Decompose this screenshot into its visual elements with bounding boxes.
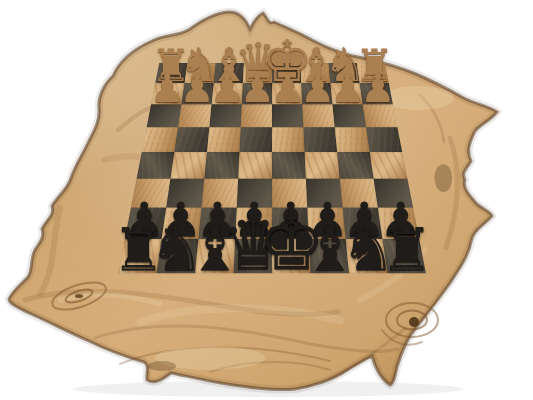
square-r2c6: [332, 104, 366, 127]
square-r0c2: [214, 63, 244, 83]
square-r0c3: [243, 63, 272, 83]
square-r7c0: [118, 239, 162, 273]
square-r3c3: [239, 127, 272, 152]
square-r1c3: [242, 83, 272, 104]
square-r6c0: [125, 208, 166, 239]
square-r0c6: [328, 63, 359, 83]
square-r7c4: [272, 239, 310, 273]
square-r0c1: [184, 63, 215, 83]
square-r2c1: [178, 104, 212, 127]
square-r7c2: [195, 239, 235, 273]
square-r7c3: [234, 239, 272, 273]
square-r5c4: [272, 179, 307, 208]
square-r6c2: [198, 208, 236, 239]
square-r7c1: [157, 239, 199, 273]
square-r5c3: [237, 179, 272, 208]
square-r3c0: [142, 127, 178, 152]
square-r4c1: [170, 152, 206, 179]
square-r0c5: [300, 63, 330, 83]
square-r0c7: [357, 63, 389, 83]
square-r1c0: [151, 83, 184, 104]
square-r1c1: [181, 83, 213, 104]
square-r5c6: [340, 179, 378, 208]
square-r4c6: [337, 152, 373, 179]
square-r1c4: [272, 83, 302, 104]
square-r3c1: [174, 127, 209, 152]
square-r4c2: [204, 152, 239, 179]
square-r7c7: [382, 239, 426, 273]
square-r1c6: [330, 83, 362, 104]
square-r2c4: [272, 104, 303, 127]
board-perspective-stage: [132, 12, 412, 292]
square-r1c2: [212, 83, 243, 104]
square-r5c7: [374, 179, 414, 208]
square-r2c5: [302, 104, 334, 127]
square-r6c7: [378, 208, 419, 239]
square-r4c3: [238, 152, 272, 179]
square-r6c5: [307, 208, 345, 239]
square-r7c6: [346, 239, 388, 273]
square-r6c3: [235, 208, 272, 239]
square-r3c5: [303, 127, 337, 152]
square-r7c5: [309, 239, 349, 273]
square-r6c1: [162, 208, 202, 239]
square-r0c0: [155, 63, 187, 83]
square-r2c2: [209, 104, 241, 127]
square-r3c4: [272, 127, 305, 152]
chess-board: [118, 63, 426, 273]
square-r3c7: [366, 127, 402, 152]
square-r2c0: [147, 104, 182, 127]
square-r1c5: [301, 83, 332, 104]
square-r0c4: [272, 63, 301, 83]
square-r4c0: [137, 152, 175, 179]
square-r3c2: [207, 127, 241, 152]
square-r5c1: [166, 179, 204, 208]
square-r4c5: [305, 152, 340, 179]
square-r6c6: [343, 208, 383, 239]
square-r2c7: [363, 104, 398, 127]
square-r3c6: [335, 127, 370, 152]
square-r5c5: [306, 179, 343, 208]
square-r6c4: [272, 208, 309, 239]
square-r5c0: [131, 179, 171, 208]
bark-blotch: [148, 361, 176, 371]
photo-frame: ♜♞♝♛♚♝♞♜♟♟♟♟♟♟♟♟♟♟♟♟♟♟♟♟♜♞♝♛♚♝♞♜: [0, 0, 533, 400]
square-r4c7: [370, 152, 408, 179]
square-r2c3: [241, 104, 272, 127]
square-r1c7: [360, 83, 393, 104]
square-r4c4: [272, 152, 306, 179]
square-r5c2: [201, 179, 238, 208]
